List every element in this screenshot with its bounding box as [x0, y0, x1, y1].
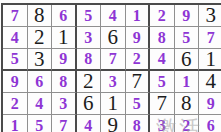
sudoku-cell-r2c8[interactable]: 5	[175, 27, 200, 49]
sudoku-cell-r3c3[interactable]: 9	[52, 49, 77, 71]
sudoku-cell-r6c2[interactable]: 5	[28, 115, 53, 132]
sudoku-cell-r1c3[interactable]: 6	[52, 5, 77, 27]
sudoku-cell-r1c6[interactable]: 1	[126, 5, 151, 27]
sudoku-cell-r5c5[interactable]: 1	[101, 93, 126, 115]
sudoku-cell-r5c6[interactable]: 5	[126, 93, 151, 115]
sudoku-cell-r5c7[interactable]: 7	[150, 93, 175, 115]
sudoku-cell-r2c6[interactable]: 9	[126, 27, 151, 49]
sudoku-cell-r3c9[interactable]: 1	[199, 49, 221, 71]
sudoku-cell-r6c4[interactable]: 4	[77, 115, 102, 132]
sudoku-cell-r4c7[interactable]: 5	[150, 71, 175, 93]
sudoku-cell-r4c2[interactable]: 6	[28, 71, 53, 93]
sudoku-cell-r3c1[interactable]: 5	[3, 49, 28, 71]
sudoku-cell-r3c6[interactable]: 2	[126, 49, 151, 71]
sudoku-cell-r6c3[interactable]: 7	[52, 115, 77, 132]
sudoku-cell-r2c2[interactable]: 2	[28, 27, 53, 49]
sudoku-cell-r5c2[interactable]: 4	[28, 93, 53, 115]
sudoku-cell-r5c3[interactable]: 3	[52, 93, 77, 115]
sudoku-cell-r4c8[interactable]: 1	[175, 71, 200, 93]
sudoku-cell-r6c7[interactable]: 3	[150, 115, 175, 132]
sudoku-cell-r3c4[interactable]: 8	[77, 49, 102, 71]
sudoku-cell-r5c9[interactable]: 9	[199, 93, 221, 115]
sudoku-cell-r3c5[interactable]: 7	[101, 49, 126, 71]
sudoku-cell-r5c1[interactable]: 2	[3, 93, 28, 115]
sudoku-cell-r4c3[interactable]: 8	[52, 71, 77, 93]
sudoku-cell-r6c8[interactable]: 2	[175, 115, 200, 132]
sudoku-cell-r1c9[interactable]: 3	[199, 5, 221, 27]
sudoku-cell-r4c1[interactable]: 9	[3, 71, 28, 93]
sudoku-cell-r4c9[interactable]: 4	[199, 71, 221, 93]
sudoku-cell-r6c5[interactable]: 9	[101, 115, 126, 132]
sudoku-cell-r3c8[interactable]: 6	[175, 49, 200, 71]
sudoku-cell-r1c7[interactable]: 2	[150, 5, 175, 27]
sudoku-cell-r4c4[interactable]: 2	[77, 71, 102, 93]
sudoku-cell-r1c1[interactable]: 7	[3, 5, 28, 27]
sudoku-cell-r6c6[interactable]: 8	[126, 115, 151, 132]
sudoku-cell-r5c4[interactable]: 6	[77, 93, 102, 115]
sudoku-cell-r6c1[interactable]: 1	[3, 115, 28, 132]
sudoku-cell-r2c9[interactable]: 7	[199, 27, 221, 49]
sudoku-cell-r1c8[interactable]: 9	[175, 5, 200, 27]
sudoku-cell-r1c5[interactable]: 4	[101, 5, 126, 27]
sudoku-grid: 7865412934213698575398724619682375142436…	[1, 3, 221, 132]
sudoku-cell-r2c4[interactable]: 3	[77, 27, 102, 49]
sudoku-cell-r3c2[interactable]: 3	[28, 49, 53, 71]
sudoku-board: 7865412934213698575398724619682375142436…	[0, 0, 221, 132]
sudoku-cell-r1c4[interactable]: 5	[77, 5, 102, 27]
sudoku-cell-r2c7[interactable]: 8	[150, 27, 175, 49]
sudoku-cell-r5c8[interactable]: 8	[175, 93, 200, 115]
sudoku-cell-r2c5[interactable]: 6	[101, 27, 126, 49]
sudoku-cell-r6c9[interactable]: 6	[199, 115, 221, 132]
sudoku-cell-r2c1[interactable]: 4	[3, 27, 28, 49]
sudoku-cell-r4c5[interactable]: 3	[101, 71, 126, 93]
sudoku-cell-r4c6[interactable]: 7	[126, 71, 151, 93]
sudoku-cell-r2c3[interactable]: 1	[52, 27, 77, 49]
sudoku-cell-r3c7[interactable]: 4	[150, 49, 175, 71]
sudoku-cell-r1c2[interactable]: 8	[28, 5, 53, 27]
